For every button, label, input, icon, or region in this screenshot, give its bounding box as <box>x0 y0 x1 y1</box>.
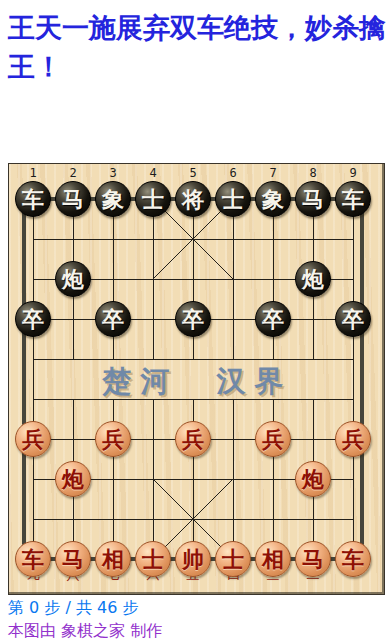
piece-black-卒-f1r4[interactable]: 卒 <box>15 301 51 337</box>
file-label-top-8: 8 <box>306 166 320 180</box>
board: 楚河汉界 123456789九八七六五四三二一 车马象士将士象马车炮炮卒卒卒卒卒… <box>8 163 385 595</box>
piece-black-马-f2r1[interactable]: 马 <box>55 181 91 217</box>
piece-black-车-f9r1[interactable]: 车 <box>335 181 371 217</box>
piece-red-马-f2r10[interactable]: 马 <box>55 541 91 577</box>
river-label: 楚河汉界 <box>9 362 386 402</box>
piece-red-士-f4r10[interactable]: 士 <box>135 541 171 577</box>
piece-red-相-f3r10[interactable]: 相 <box>95 541 131 577</box>
piece-red-兵-f7r7[interactable]: 兵 <box>255 421 291 457</box>
piece-red-马-f8r10[interactable]: 马 <box>295 541 331 577</box>
file-label-top-2: 2 <box>66 166 80 180</box>
piece-black-士-f4r1[interactable]: 士 <box>135 181 171 217</box>
piece-red-相-f7r10[interactable]: 相 <box>255 541 291 577</box>
file-label-top-9: 9 <box>346 166 360 180</box>
piece-red-兵-f1r7[interactable]: 兵 <box>15 421 51 457</box>
piece-red-车-f1r10[interactable]: 车 <box>15 541 51 577</box>
piece-black-卒-f3r4[interactable]: 卒 <box>95 301 131 337</box>
piece-red-兵-f5r7[interactable]: 兵 <box>175 421 211 457</box>
piece-black-马-f8r1[interactable]: 马 <box>295 181 331 217</box>
page-title: 王天一施展弃双车绝技，妙杀擒王！ <box>8 8 388 86</box>
piece-red-车-f9r10[interactable]: 车 <box>335 541 371 577</box>
piece-black-将-f5r1[interactable]: 将 <box>175 181 211 217</box>
piece-red-炮-f2r8[interactable]: 炮 <box>55 461 91 497</box>
piece-black-象-f7r1[interactable]: 象 <box>255 181 291 217</box>
piece-black-象-f3r1[interactable]: 象 <box>95 181 131 217</box>
piece-red-炮-f8r8[interactable]: 炮 <box>295 461 331 497</box>
piece-black-卒-f5r4[interactable]: 卒 <box>175 301 211 337</box>
piece-red-兵-f9r7[interactable]: 兵 <box>335 421 371 457</box>
piece-black-卒-f9r4[interactable]: 卒 <box>335 301 371 337</box>
file-label-top-7: 7 <box>266 166 280 180</box>
piece-black-士-f6r1[interactable]: 士 <box>215 181 251 217</box>
file-label-top-1: 1 <box>26 166 40 180</box>
credit-line: 本图由 象棋之家 制作 <box>8 621 162 642</box>
piece-black-卒-f7r4[interactable]: 卒 <box>255 301 291 337</box>
file-label-top-3: 3 <box>106 166 120 180</box>
file-label-top-6: 6 <box>226 166 240 180</box>
piece-black-炮-f8r3[interactable]: 炮 <box>295 261 331 297</box>
piece-black-炮-f2r3[interactable]: 炮 <box>55 261 91 297</box>
file-label-top-5: 5 <box>186 166 200 180</box>
piece-red-帅-f5r10[interactable]: 帅 <box>175 541 211 577</box>
piece-black-车-f1r1[interactable]: 车 <box>15 181 51 217</box>
river-label-han: 汉界 <box>217 364 293 398</box>
move-counter: 第 0 步 / 共 46 步 <box>8 598 138 619</box>
file-label-top-4: 4 <box>146 166 160 180</box>
piece-red-士-f6r10[interactable]: 士 <box>215 541 251 577</box>
river-label-chu: 楚河 <box>103 364 179 398</box>
piece-red-兵-f3r7[interactable]: 兵 <box>95 421 131 457</box>
